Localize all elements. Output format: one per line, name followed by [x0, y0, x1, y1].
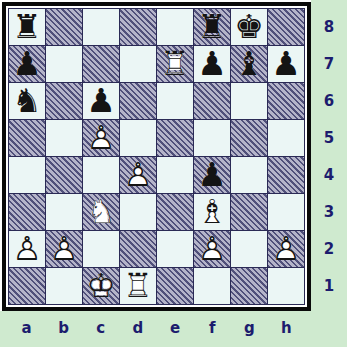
rank-label-6: 6	[311, 82, 347, 119]
white-pawn-piece: ♟♙	[9, 231, 45, 267]
rank-label-5: 5	[311, 119, 347, 156]
black-pawn-piece: ♙♟	[194, 46, 230, 82]
square-g6[interactable]	[231, 83, 267, 119]
square-d6[interactable]	[120, 83, 156, 119]
square-h6[interactable]	[268, 83, 304, 119]
square-e1[interactable]	[157, 268, 193, 304]
square-c3[interactable]: ♞♘	[83, 194, 119, 230]
rank-label-1: 1	[311, 268, 347, 305]
square-f5[interactable]	[194, 120, 230, 156]
square-c1[interactable]: ♚♔	[83, 268, 119, 304]
square-a2[interactable]: ♟♙	[9, 231, 45, 267]
square-g2[interactable]	[231, 231, 267, 267]
square-g8[interactable]: ♔♚	[231, 9, 267, 45]
file-label-g: g	[231, 311, 268, 345]
white-pawn-piece: ♟♙	[83, 120, 119, 156]
square-f8[interactable]: ♖♜	[194, 9, 230, 45]
square-g7[interactable]: ♗♝	[231, 46, 267, 82]
square-d4[interactable]: ♟♙	[120, 157, 156, 193]
black-pawn-piece: ♙♟	[9, 46, 45, 82]
square-a3[interactable]	[9, 194, 45, 230]
square-d5[interactable]	[120, 120, 156, 156]
square-g1[interactable]	[231, 268, 267, 304]
square-h5[interactable]	[268, 120, 304, 156]
square-a6[interactable]: ♘♞	[9, 83, 45, 119]
square-d7[interactable]	[120, 46, 156, 82]
black-pawn-piece: ♙♟	[268, 46, 304, 82]
square-a8[interactable]: ♖♜	[9, 9, 45, 45]
square-c6[interactable]: ♙♟	[83, 83, 119, 119]
square-f7[interactable]: ♙♟	[194, 46, 230, 82]
square-b8[interactable]	[46, 9, 82, 45]
square-d3[interactable]	[120, 194, 156, 230]
square-h1[interactable]	[268, 268, 304, 304]
square-g4[interactable]	[231, 157, 267, 193]
square-g3[interactable]	[231, 194, 267, 230]
square-e7[interactable]: ♜♖	[157, 46, 193, 82]
rank-label-3: 3	[311, 194, 347, 231]
square-b5[interactable]	[46, 120, 82, 156]
white-knight-piece: ♞♘	[83, 194, 119, 230]
square-d8[interactable]	[120, 9, 156, 45]
black-rook-piece: ♖♜	[194, 9, 230, 45]
file-label-a: a	[8, 311, 45, 345]
black-pawn-piece: ♙♟	[194, 157, 230, 193]
square-e3[interactable]	[157, 194, 193, 230]
white-rook-piece: ♜♖	[120, 268, 156, 304]
rank-label-7: 7	[311, 45, 347, 82]
square-d1[interactable]: ♜♖	[120, 268, 156, 304]
file-label-f: f	[194, 311, 231, 345]
square-b7[interactable]	[46, 46, 82, 82]
file-label-h: h	[268, 311, 305, 345]
square-f1[interactable]	[194, 268, 230, 304]
white-pawn-piece: ♟♙	[46, 231, 82, 267]
square-h7[interactable]: ♙♟	[268, 46, 304, 82]
square-b3[interactable]	[46, 194, 82, 230]
file-label-c: c	[82, 311, 119, 345]
square-e6[interactable]	[157, 83, 193, 119]
white-king-piece: ♚♔	[83, 268, 119, 304]
square-g5[interactable]	[231, 120, 267, 156]
board-grid: ♖♜♖♜♔♚♙♟♜♖♙♟♗♝♙♟♘♞♙♟♟♙♟♙♙♟♞♘♝♗♟♙♟♙♟♙♟♙♚♔…	[8, 8, 305, 305]
black-rook-piece: ♖♜	[9, 9, 45, 45]
square-f2[interactable]: ♟♙	[194, 231, 230, 267]
square-a4[interactable]	[9, 157, 45, 193]
board-border: ♖♜♖♜♔♚♙♟♜♖♙♟♗♝♙♟♘♞♙♟♟♙♟♙♙♟♞♘♝♗♟♙♟♙♟♙♟♙♚♔…	[2, 2, 311, 311]
square-h8[interactable]	[268, 9, 304, 45]
square-c5[interactable]: ♟♙	[83, 120, 119, 156]
square-f6[interactable]	[194, 83, 230, 119]
white-pawn-piece: ♟♙	[268, 231, 304, 267]
square-h2[interactable]: ♟♙	[268, 231, 304, 267]
square-b2[interactable]: ♟♙	[46, 231, 82, 267]
white-rook-piece: ♜♖	[157, 46, 193, 82]
square-c2[interactable]	[83, 231, 119, 267]
chess-board: ♖♜♖♜♔♚♙♟♜♖♙♟♗♝♙♟♘♞♙♟♟♙♟♙♙♟♞♘♝♗♟♙♟♙♟♙♟♙♚♔…	[0, 0, 311, 311]
square-a5[interactable]	[9, 120, 45, 156]
square-b6[interactable]	[46, 83, 82, 119]
square-b4[interactable]	[46, 157, 82, 193]
square-c8[interactable]	[83, 9, 119, 45]
file-label-d: d	[119, 311, 156, 345]
square-h3[interactable]	[268, 194, 304, 230]
square-f4[interactable]: ♙♟	[194, 157, 230, 193]
white-pawn-piece: ♟♙	[194, 231, 230, 267]
square-b1[interactable]	[46, 268, 82, 304]
square-e4[interactable]	[157, 157, 193, 193]
rank-label-2: 2	[311, 231, 347, 268]
black-knight-piece: ♘♞	[9, 83, 45, 119]
square-c7[interactable]	[83, 46, 119, 82]
black-bishop-piece: ♗♝	[231, 46, 267, 82]
square-e2[interactable]	[157, 231, 193, 267]
square-e5[interactable]	[157, 120, 193, 156]
rank-labels: 87654321	[311, 8, 347, 305]
square-e8[interactable]	[157, 9, 193, 45]
white-pawn-piece: ♟♙	[120, 157, 156, 193]
file-labels: abcdefgh	[8, 311, 305, 345]
file-label-b: b	[45, 311, 82, 345]
square-f3[interactable]: ♝♗	[194, 194, 230, 230]
rank-label-8: 8	[311, 8, 347, 45]
square-a7[interactable]: ♙♟	[9, 46, 45, 82]
square-h4[interactable]	[268, 157, 304, 193]
black-pawn-piece: ♙♟	[83, 83, 119, 119]
rank-label-4: 4	[311, 157, 347, 194]
file-label-e: e	[157, 311, 194, 345]
white-bishop-piece: ♝♗	[194, 194, 230, 230]
square-a1[interactable]	[9, 268, 45, 304]
square-d2[interactable]	[120, 231, 156, 267]
black-king-piece: ♔♚	[231, 9, 267, 45]
square-c4[interactable]	[83, 157, 119, 193]
